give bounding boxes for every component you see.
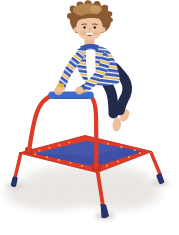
boy-cheek-left bbox=[80, 31, 86, 35]
trampoline-scene bbox=[0, 0, 179, 235]
product-photo bbox=[0, 0, 179, 235]
boy-cheek-right bbox=[94, 31, 100, 35]
